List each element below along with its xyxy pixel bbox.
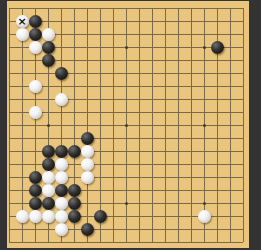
grid-line: [152, 8, 153, 242]
star-point: [125, 202, 128, 205]
black-stone: [29, 197, 42, 210]
white-stone: [16, 28, 29, 41]
black-stone: [29, 184, 42, 197]
black-stone: [81, 223, 94, 236]
app-frame: ×: [0, 0, 261, 250]
white-stone: [29, 106, 42, 119]
black-stone: [42, 145, 55, 158]
white-stone: [55, 210, 68, 223]
black-stone: [42, 41, 55, 54]
white-stone: [55, 171, 68, 184]
white-stone: [55, 223, 68, 236]
black-stone: [94, 210, 107, 223]
white-stone: [29, 210, 42, 223]
white-stone: [81, 145, 94, 158]
white-stone: [29, 80, 42, 93]
black-stone: [68, 210, 81, 223]
white-stone: [42, 171, 55, 184]
grid-line: [243, 8, 244, 242]
black-stone: [29, 15, 42, 28]
black-stone: [68, 145, 81, 158]
grid-line: [139, 8, 140, 242]
white-stone: [81, 158, 94, 171]
black-stone: [55, 184, 68, 197]
star-point: [47, 124, 50, 127]
black-stone: [29, 28, 42, 41]
go-board[interactable]: ×: [7, 1, 249, 248]
white-stone: [42, 28, 55, 41]
black-stone: [42, 197, 55, 210]
star-point: [203, 124, 206, 127]
black-stone: [211, 41, 224, 54]
white-stone: [29, 41, 42, 54]
white-stone: [16, 210, 29, 223]
star-point: [203, 202, 206, 205]
black-stone: [55, 67, 68, 80]
black-stone: [42, 158, 55, 171]
grid-line: [178, 8, 179, 242]
grid-line: [191, 8, 192, 242]
last-move-marker: ×: [16, 15, 29, 28]
grid-line: [9, 242, 243, 243]
white-stone: [55, 197, 68, 210]
grid-line: [9, 138, 243, 139]
star-point: [125, 46, 128, 49]
grid-line: [9, 229, 243, 230]
black-stone: [68, 197, 81, 210]
black-stone: [68, 184, 81, 197]
black-stone: [55, 145, 68, 158]
grid-line: [165, 8, 166, 242]
star-point: [125, 124, 128, 127]
white-stone: [42, 210, 55, 223]
grid-line: [230, 8, 231, 242]
black-stone: [81, 132, 94, 145]
white-stone: [81, 171, 94, 184]
white-stone: [198, 210, 211, 223]
black-stone: [29, 171, 42, 184]
white-stone: [55, 158, 68, 171]
star-point: [203, 46, 206, 49]
black-stone: [42, 54, 55, 67]
white-stone: [42, 184, 55, 197]
white-stone: [55, 93, 68, 106]
